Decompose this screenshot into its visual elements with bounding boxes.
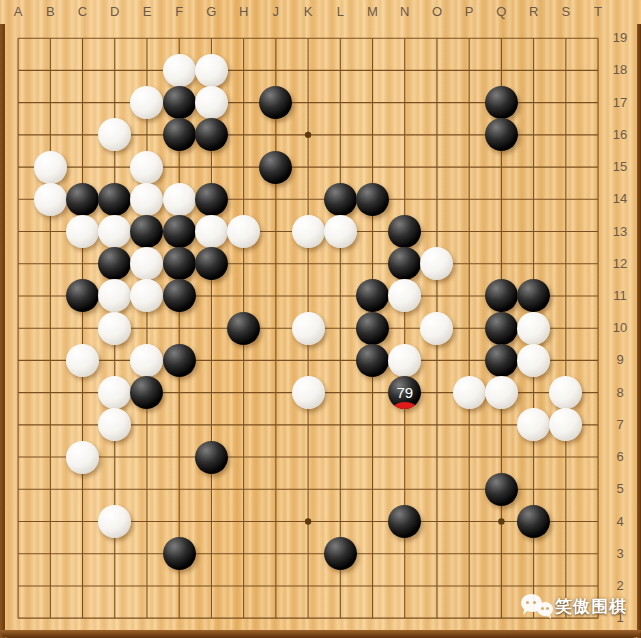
stone-black-F9 xyxy=(163,344,196,377)
stone-white-Q8 xyxy=(485,376,518,409)
watermark-text: 笑傲围棋 xyxy=(555,595,627,618)
column-label-T: T xyxy=(587,4,609,19)
column-label-E: E xyxy=(136,4,158,19)
stone-white-E15 xyxy=(130,151,163,184)
stone-white-E11 xyxy=(130,279,163,312)
stone-white-F18 xyxy=(163,54,196,87)
stone-white-K8 xyxy=(292,376,325,409)
stone-black-J17 xyxy=(259,86,292,119)
stone-white-D4 xyxy=(98,505,131,538)
stone-black-M10 xyxy=(356,312,389,345)
stone-white-D11 xyxy=(98,279,131,312)
stone-white-D7 xyxy=(98,408,131,441)
stone-white-D16 xyxy=(98,118,131,151)
stone-white-G17 xyxy=(195,86,228,119)
stone-white-B15 xyxy=(34,151,67,184)
stone-white-C13 xyxy=(66,215,99,248)
stone-black-Q17 xyxy=(485,86,518,119)
stone-white-O12 xyxy=(420,247,453,280)
stone-white-K13 xyxy=(292,215,325,248)
stone-white-H13 xyxy=(227,215,260,248)
column-label-B: B xyxy=(39,4,61,19)
stone-white-R9 xyxy=(517,344,550,377)
stone-black-N12 xyxy=(388,247,421,280)
stone-black-Q16 xyxy=(485,118,518,151)
stone-black-M14 xyxy=(356,183,389,216)
stone-black-F16 xyxy=(163,118,196,151)
stone-white-E17 xyxy=(130,86,163,119)
wechat-bubble-small xyxy=(537,602,553,616)
column-label-S: S xyxy=(555,4,577,19)
stone-white-L13 xyxy=(324,215,357,248)
stone-white-R10 xyxy=(517,312,550,345)
stone-white-N9 xyxy=(388,344,421,377)
stone-black-M9 xyxy=(356,344,389,377)
stone-black-G14 xyxy=(195,183,228,216)
stone-black-N8-move-79: 79 xyxy=(388,376,421,409)
stone-black-L3 xyxy=(324,537,357,570)
stone-black-F17 xyxy=(163,86,196,119)
column-label-M: M xyxy=(362,4,384,19)
stone-white-R7 xyxy=(517,408,550,441)
stone-black-Q11 xyxy=(485,279,518,312)
column-label-R: R xyxy=(523,4,545,19)
column-label-N: N xyxy=(394,4,416,19)
stone-black-F13 xyxy=(163,215,196,248)
stone-black-F3 xyxy=(163,537,196,570)
stone-black-R4 xyxy=(517,505,550,538)
stone-black-F11 xyxy=(163,279,196,312)
stone-black-E8 xyxy=(130,376,163,409)
stone-white-B14 xyxy=(34,183,67,216)
stone-white-O10 xyxy=(420,312,453,345)
column-label-Q: Q xyxy=(490,4,512,19)
stone-white-E9 xyxy=(130,344,163,377)
column-label-H: H xyxy=(233,4,255,19)
stone-white-N11 xyxy=(388,279,421,312)
board-edge-left xyxy=(0,24,5,638)
stone-black-D14 xyxy=(98,183,131,216)
column-label-A: A xyxy=(7,4,29,19)
stone-black-R11 xyxy=(517,279,550,312)
stone-black-N13 xyxy=(388,215,421,248)
stone-white-C6 xyxy=(66,441,99,474)
column-label-C: C xyxy=(72,4,94,19)
stone-white-P8 xyxy=(453,376,486,409)
column-label-J: J xyxy=(265,4,287,19)
stone-black-Q10 xyxy=(485,312,518,345)
column-label-P: P xyxy=(458,4,480,19)
column-label-K: K xyxy=(297,4,319,19)
stone-black-N4 xyxy=(388,505,421,538)
stone-white-G18 xyxy=(195,54,228,87)
stone-white-G13 xyxy=(195,215,228,248)
wechat-icon xyxy=(519,593,555,620)
stone-white-F14 xyxy=(163,183,196,216)
watermark: 笑傲围棋 xyxy=(519,593,627,620)
go-board[interactable]: 79 xyxy=(2,22,614,634)
stone-black-E13 xyxy=(130,215,163,248)
board-edge-right xyxy=(637,24,641,638)
stone-black-G6 xyxy=(195,441,228,474)
stone-black-F12 xyxy=(163,247,196,280)
stone-white-E14 xyxy=(130,183,163,216)
board-edge-bottom xyxy=(0,630,641,638)
stone-black-J15 xyxy=(259,151,292,184)
stone-black-G12 xyxy=(195,247,228,280)
stone-white-C9 xyxy=(66,344,99,377)
stone-black-C11 xyxy=(66,279,99,312)
stone-black-G16 xyxy=(195,118,228,151)
go-board-app: ABCDEFGHJKLMNOPQRST 19181716151413121110… xyxy=(0,0,641,638)
last-move-number: 79 xyxy=(388,384,421,399)
stone-black-Q9 xyxy=(485,344,518,377)
stone-white-S8 xyxy=(549,376,582,409)
stone-white-D8 xyxy=(98,376,131,409)
column-label-F: F xyxy=(168,4,190,19)
stone-white-S7 xyxy=(549,408,582,441)
stone-white-E12 xyxy=(130,247,163,280)
column-label-L: L xyxy=(329,4,351,19)
column-label-O: O xyxy=(426,4,448,19)
stone-white-D10 xyxy=(98,312,131,345)
stone-black-Q5 xyxy=(485,473,518,506)
stone-black-M11 xyxy=(356,279,389,312)
column-label-G: G xyxy=(200,4,222,19)
column-label-D: D xyxy=(104,4,126,19)
stone-white-D13 xyxy=(98,215,131,248)
stone-black-L14 xyxy=(324,183,357,216)
stone-black-D12 xyxy=(98,247,131,280)
stone-black-H10 xyxy=(227,312,260,345)
stone-white-K10 xyxy=(292,312,325,345)
stone-black-C14 xyxy=(66,183,99,216)
